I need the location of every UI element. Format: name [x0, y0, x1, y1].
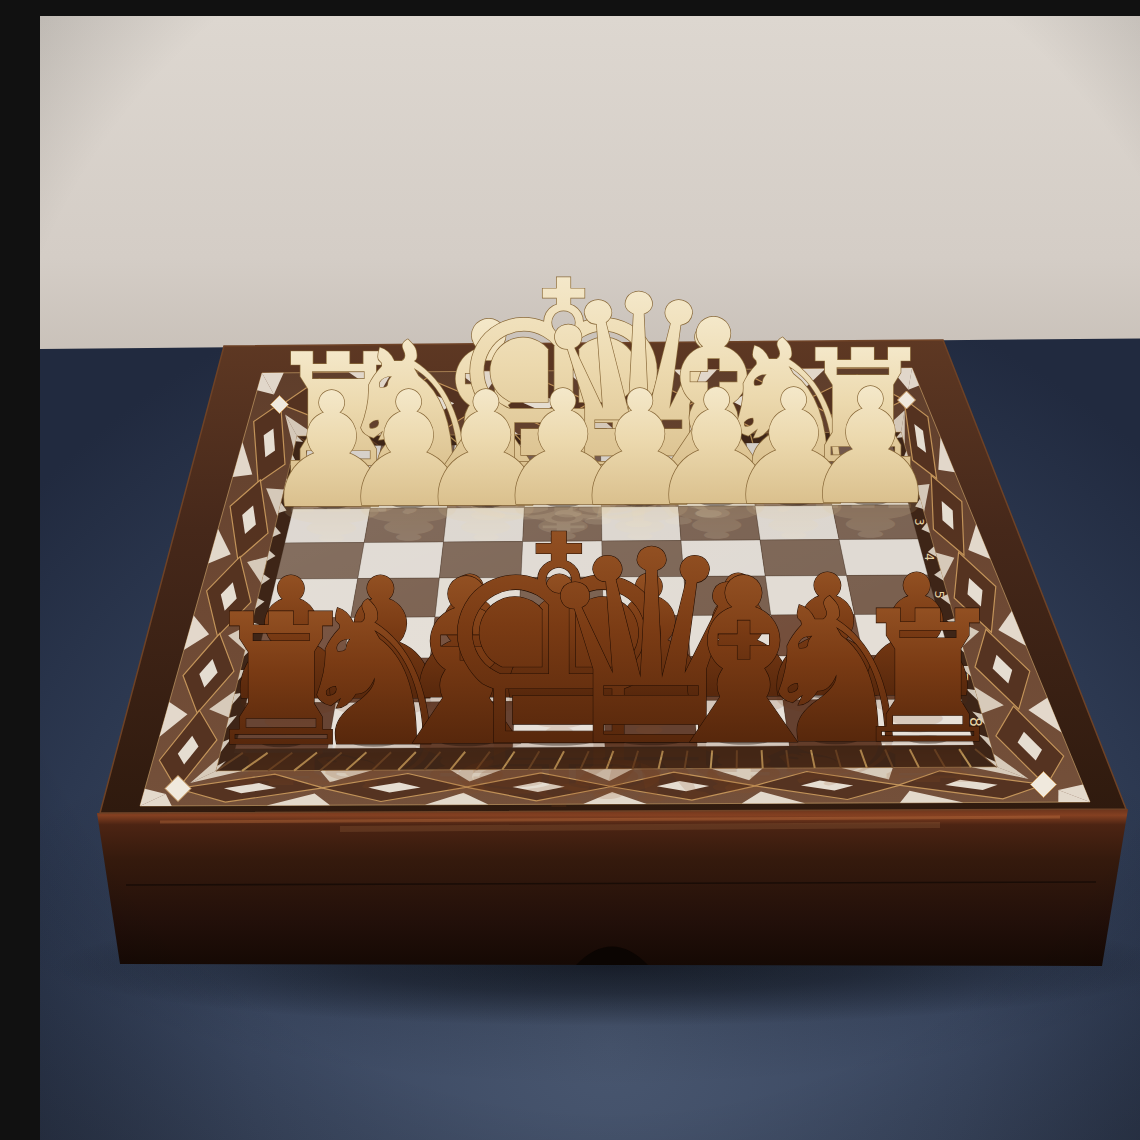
vignette — [40, 16, 1140, 1140]
chess-set-photo: 234578 ♜♜♞♞♝♝♚♚♛♛♝♝♞♞♜♜♟♟♟♟♟♟♟♟♟♟♟♟♟♟♟♟♟… — [40, 16, 1140, 1140]
scene-svg: 234578 ♜♜♞♞♝♝♚♚♛♛♝♝♞♞♜♜♟♟♟♟♟♟♟♟♟♟♟♟♟♟♟♟♟… — [40, 16, 1140, 1140]
